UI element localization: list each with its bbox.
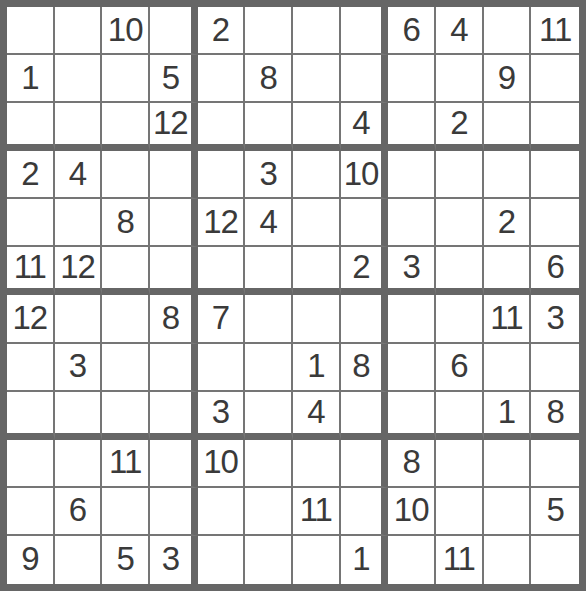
sudoku-cell-r5c10[interactable] bbox=[436, 199, 484, 247]
sudoku-cell-r2c6[interactable]: 8 bbox=[245, 55, 293, 103]
sudoku-cell-r1c9[interactable]: 6 bbox=[388, 7, 436, 55]
sudoku-cell-r12c12[interactable] bbox=[531, 536, 579, 584]
sudoku-cell-r2c7[interactable] bbox=[293, 55, 341, 103]
sudoku-cell-r9c9[interactable] bbox=[388, 392, 436, 440]
sudoku-cell-r7c10[interactable] bbox=[436, 295, 484, 343]
sudoku-cell-r6c6[interactable] bbox=[245, 247, 293, 295]
sudoku-cell-r12c8[interactable]: 1 bbox=[341, 536, 389, 584]
given-digit: 7 bbox=[212, 301, 229, 334]
sudoku-cell-r3c3[interactable] bbox=[102, 103, 150, 151]
sudoku-cell-r7c7[interactable] bbox=[293, 295, 341, 343]
sudoku-cell-r9c12[interactable]: 8 bbox=[531, 392, 579, 440]
sudoku-cell-r10c1[interactable] bbox=[7, 440, 55, 488]
sudoku-cell-r6c4[interactable] bbox=[150, 247, 198, 295]
sudoku-cell-r1c10[interactable]: 4 bbox=[436, 7, 484, 55]
sudoku-cell-r8c3[interactable] bbox=[102, 344, 150, 392]
sudoku-cell-r1c1[interactable] bbox=[7, 7, 55, 55]
sudoku-cell-r1c12[interactable]: 11 bbox=[531, 7, 579, 55]
sudoku-cell-r6c3[interactable] bbox=[102, 247, 150, 295]
sudoku-cell-r9c5[interactable]: 3 bbox=[198, 392, 246, 440]
sudoku-cell-r5c1[interactable] bbox=[7, 199, 55, 247]
sudoku-cell-r2c12[interactable] bbox=[531, 55, 579, 103]
given-digit: 11 bbox=[443, 542, 475, 575]
given-digit: 2 bbox=[498, 205, 515, 238]
sudoku-cell-r11c1[interactable] bbox=[7, 488, 55, 536]
given-digit: 3 bbox=[402, 250, 419, 283]
sudoku-cell-r8c8[interactable]: 8 bbox=[341, 344, 389, 392]
given-digit: 12 bbox=[203, 205, 238, 238]
sudoku-board: 1026411158912422431081242111223612871133… bbox=[0, 0, 586, 591]
given-digit: 9 bbox=[21, 542, 38, 575]
sudoku-cell-r7c3[interactable] bbox=[102, 295, 150, 343]
sudoku-cell-r12c1[interactable]: 9 bbox=[7, 536, 55, 584]
sudoku-cell-r2c1[interactable]: 1 bbox=[7, 55, 55, 103]
sudoku-cell-r10c4[interactable] bbox=[150, 440, 198, 488]
sudoku-cell-r6c9[interactable]: 3 bbox=[388, 247, 436, 295]
sudoku-cell-r4c8[interactable]: 10 bbox=[341, 151, 389, 199]
given-digit: 11 bbox=[490, 301, 522, 334]
sudoku-cell-r2c11[interactable]: 9 bbox=[484, 55, 532, 103]
sudoku-cell-r7c9[interactable] bbox=[388, 295, 436, 343]
sudoku-cell-r4c7[interactable] bbox=[293, 151, 341, 199]
sudoku-cell-r3c10[interactable]: 2 bbox=[436, 103, 484, 151]
sudoku-cell-r7c2[interactable] bbox=[55, 295, 103, 343]
sudoku-cell-r5c12[interactable] bbox=[531, 199, 579, 247]
sudoku-cell-r9c2[interactable] bbox=[55, 392, 103, 440]
sudoku-cell-r9c6[interactable] bbox=[245, 392, 293, 440]
sudoku-cell-r9c4[interactable] bbox=[150, 392, 198, 440]
sudoku-cell-r11c12[interactable]: 5 bbox=[531, 488, 579, 536]
given-digit: 4 bbox=[307, 395, 324, 428]
sudoku-cell-r9c8[interactable] bbox=[341, 392, 389, 440]
given-digit: 9 bbox=[498, 61, 515, 94]
given-digit: 4 bbox=[69, 157, 86, 190]
sudoku-cell-r2c9[interactable] bbox=[388, 55, 436, 103]
sudoku-cell-r2c2[interactable] bbox=[55, 55, 103, 103]
sudoku-cell-r3c7[interactable] bbox=[293, 103, 341, 151]
sudoku-cell-r11c6[interactable] bbox=[245, 488, 293, 536]
given-digit: 3 bbox=[546, 301, 563, 334]
sudoku-cell-r3c9[interactable] bbox=[388, 103, 436, 151]
sudoku-cell-r9c10[interactable] bbox=[436, 392, 484, 440]
given-digit: 4 bbox=[259, 205, 276, 238]
sudoku-cell-r10c2[interactable] bbox=[55, 440, 103, 488]
sudoku-cell-r12c4[interactable]: 3 bbox=[150, 536, 198, 584]
sudoku-cell-r10c3[interactable]: 11 bbox=[102, 440, 150, 488]
sudoku-cell-r1c2[interactable] bbox=[55, 7, 103, 55]
sudoku-cell-r10c6[interactable] bbox=[245, 440, 293, 488]
sudoku-cell-r6c5[interactable] bbox=[198, 247, 246, 295]
sudoku-cell-r8c7[interactable]: 1 bbox=[293, 344, 341, 392]
sudoku-cell-r11c5[interactable] bbox=[198, 488, 246, 536]
given-digit: 6 bbox=[402, 13, 419, 46]
sudoku-cell-r1c4[interactable] bbox=[150, 7, 198, 55]
sudoku-cell-r12c7[interactable] bbox=[293, 536, 341, 584]
sudoku-cell-r8c2[interactable]: 3 bbox=[55, 344, 103, 392]
sudoku-cell-r9c7[interactable]: 4 bbox=[293, 392, 341, 440]
sudoku-cell-r3c1[interactable] bbox=[7, 103, 55, 151]
given-digit: 11 bbox=[539, 13, 571, 46]
sudoku-cell-r11c7[interactable]: 11 bbox=[293, 488, 341, 536]
given-digit: 2 bbox=[212, 13, 229, 46]
sudoku-cell-r8c6[interactable] bbox=[245, 344, 293, 392]
given-digit: 5 bbox=[116, 542, 133, 575]
sudoku-cell-r5c8[interactable] bbox=[341, 199, 389, 247]
given-digit: 11 bbox=[14, 250, 46, 283]
given-digit: 1 bbox=[498, 395, 515, 428]
sudoku-cell-r8c4[interactable] bbox=[150, 344, 198, 392]
given-digit: 1 bbox=[352, 542, 369, 575]
sudoku-cell-r1c8[interactable] bbox=[341, 7, 389, 55]
sudoku-cell-r8c9[interactable] bbox=[388, 344, 436, 392]
sudoku-cell-r3c2[interactable] bbox=[55, 103, 103, 151]
sudoku-cell-r12c3[interactable]: 5 bbox=[102, 536, 150, 584]
sudoku-cell-r4c5[interactable] bbox=[198, 151, 246, 199]
sudoku-cell-r9c1[interactable] bbox=[7, 392, 55, 440]
sudoku-cell-r4c10[interactable] bbox=[436, 151, 484, 199]
sudoku-cell-r6c10[interactable] bbox=[436, 247, 484, 295]
sudoku-cell-r10c8[interactable] bbox=[341, 440, 389, 488]
sudoku-cell-r12c2[interactable] bbox=[55, 536, 103, 584]
sudoku-cell-r2c3[interactable] bbox=[102, 55, 150, 103]
sudoku-cell-r12c10[interactable]: 11 bbox=[436, 536, 484, 584]
given-digit: 12 bbox=[60, 250, 95, 283]
sudoku-cell-r11c10[interactable] bbox=[436, 488, 484, 536]
sudoku-cell-r8c11[interactable] bbox=[484, 344, 532, 392]
given-digit: 8 bbox=[162, 301, 179, 334]
sudoku-cell-r6c8[interactable]: 2 bbox=[341, 247, 389, 295]
sudoku-cell-r6c11[interactable] bbox=[484, 247, 532, 295]
sudoku-cell-r3c8[interactable]: 4 bbox=[341, 103, 389, 151]
sudoku-cell-r5c11[interactable]: 2 bbox=[484, 199, 532, 247]
sudoku-cell-r5c7[interactable] bbox=[293, 199, 341, 247]
given-digit: 10 bbox=[394, 493, 429, 526]
given-digit: 11 bbox=[300, 493, 332, 526]
given-digit: 2 bbox=[21, 157, 38, 190]
given-digit: 12 bbox=[153, 106, 188, 139]
given-digit: 3 bbox=[162, 542, 179, 575]
sudoku-cell-r3c11[interactable] bbox=[484, 103, 532, 151]
sudoku-cell-r5c9[interactable] bbox=[388, 199, 436, 247]
sudoku-cell-r1c5[interactable]: 2 bbox=[198, 7, 246, 55]
given-digit: 12 bbox=[12, 301, 47, 334]
sudoku-cell-r12c11[interactable] bbox=[484, 536, 532, 584]
sudoku-cell-r1c6[interactable] bbox=[245, 7, 293, 55]
sudoku-cell-r10c5[interactable]: 10 bbox=[198, 440, 246, 488]
sudoku-cell-r3c6[interactable] bbox=[245, 103, 293, 151]
sudoku-cell-r7c11[interactable]: 11 bbox=[484, 295, 532, 343]
given-digit: 8 bbox=[402, 445, 419, 478]
sudoku-cell-r1c11[interactable] bbox=[484, 7, 532, 55]
given-digit: 1 bbox=[307, 349, 324, 382]
given-digit: 10 bbox=[344, 157, 379, 190]
given-digit: 8 bbox=[259, 61, 276, 94]
sudoku-cell-r11c4[interactable] bbox=[150, 488, 198, 536]
given-digit: 11 bbox=[109, 445, 141, 478]
sudoku-cell-r10c11[interactable] bbox=[484, 440, 532, 488]
sudoku-cell-r2c4[interactable]: 5 bbox=[150, 55, 198, 103]
given-digit: 10 bbox=[108, 13, 143, 46]
sudoku-cell-r12c6[interactable] bbox=[245, 536, 293, 584]
sudoku-cell-r4c9[interactable] bbox=[388, 151, 436, 199]
given-digit: 6 bbox=[546, 250, 563, 283]
given-digit: 2 bbox=[352, 250, 369, 283]
sudoku-cell-r3c5[interactable] bbox=[198, 103, 246, 151]
sudoku-cell-r5c3[interactable]: 8 bbox=[102, 199, 150, 247]
sudoku-cell-r4c4[interactable] bbox=[150, 151, 198, 199]
given-digit: 3 bbox=[212, 395, 229, 428]
sudoku-cell-r4c12[interactable] bbox=[531, 151, 579, 199]
sudoku-cell-r7c12[interactable]: 3 bbox=[531, 295, 579, 343]
sudoku-cell-r3c12[interactable] bbox=[531, 103, 579, 151]
sudoku-cell-r4c6[interactable]: 3 bbox=[245, 151, 293, 199]
given-digit: 1 bbox=[21, 61, 38, 94]
sudoku-cell-r7c8[interactable] bbox=[341, 295, 389, 343]
sudoku-cell-r2c10[interactable] bbox=[436, 55, 484, 103]
sudoku-cell-r11c8[interactable] bbox=[341, 488, 389, 536]
sudoku-cell-r10c7[interactable] bbox=[293, 440, 341, 488]
sudoku-cell-r9c11[interactable]: 1 bbox=[484, 392, 532, 440]
sudoku-cell-r4c1[interactable]: 2 bbox=[7, 151, 55, 199]
sudoku-cell-r6c12[interactable]: 6 bbox=[531, 247, 579, 295]
sudoku-cell-r7c6[interactable] bbox=[245, 295, 293, 343]
given-digit: 6 bbox=[69, 493, 86, 526]
sudoku-cell-r2c5[interactable] bbox=[198, 55, 246, 103]
sudoku-cell-r3c4[interactable]: 12 bbox=[150, 103, 198, 151]
given-digit: 8 bbox=[546, 395, 563, 428]
given-digit: 3 bbox=[69, 349, 86, 382]
sudoku-cell-r4c3[interactable] bbox=[102, 151, 150, 199]
sudoku-cell-r7c1[interactable]: 12 bbox=[7, 295, 55, 343]
sudoku-cell-r6c1[interactable]: 11 bbox=[7, 247, 55, 295]
given-digit: 8 bbox=[116, 205, 133, 238]
given-digit: 2 bbox=[450, 106, 467, 139]
sudoku-cell-r8c10[interactable]: 6 bbox=[436, 344, 484, 392]
given-digit: 4 bbox=[352, 106, 369, 139]
sudoku-cell-r10c12[interactable] bbox=[531, 440, 579, 488]
sudoku-cell-r12c5[interactable] bbox=[198, 536, 246, 584]
sudoku-cell-r5c2[interactable] bbox=[55, 199, 103, 247]
sudoku-cell-r11c9[interactable]: 10 bbox=[388, 488, 436, 536]
sudoku-cell-r5c4[interactable] bbox=[150, 199, 198, 247]
sudoku-cell-r11c3[interactable] bbox=[102, 488, 150, 536]
sudoku-cell-r7c5[interactable]: 7 bbox=[198, 295, 246, 343]
sudoku-cell-r2c8[interactable] bbox=[341, 55, 389, 103]
sudoku-cell-r10c10[interactable] bbox=[436, 440, 484, 488]
sudoku-cell-r5c6[interactable]: 4 bbox=[245, 199, 293, 247]
given-digit: 4 bbox=[450, 13, 467, 46]
given-digit: 6 bbox=[450, 349, 467, 382]
sudoku-cell-r8c1[interactable] bbox=[7, 344, 55, 392]
given-digit: 5 bbox=[162, 61, 179, 94]
sudoku-cell-r7c4[interactable]: 8 bbox=[150, 295, 198, 343]
given-digit: 3 bbox=[259, 157, 276, 190]
sudoku-cell-r11c2[interactable]: 6 bbox=[55, 488, 103, 536]
sudoku-cell-r8c5[interactable] bbox=[198, 344, 246, 392]
sudoku-cell-r5c5[interactable]: 12 bbox=[198, 199, 246, 247]
sudoku-cell-r11c11[interactable] bbox=[484, 488, 532, 536]
sudoku-cell-r8c12[interactable] bbox=[531, 344, 579, 392]
sudoku-cell-r6c7[interactable] bbox=[293, 247, 341, 295]
given-digit: 5 bbox=[546, 493, 563, 526]
sudoku-cell-r12c9[interactable] bbox=[388, 536, 436, 584]
sudoku-cell-r1c3[interactable]: 10 bbox=[102, 7, 150, 55]
sudoku-cell-r4c11[interactable] bbox=[484, 151, 532, 199]
sudoku-cell-r1c7[interactable] bbox=[293, 7, 341, 55]
sudoku-cell-r6c2[interactable]: 12 bbox=[55, 247, 103, 295]
given-digit: 8 bbox=[352, 349, 369, 382]
sudoku-cell-r10c9[interactable]: 8 bbox=[388, 440, 436, 488]
sudoku-cell-r9c3[interactable] bbox=[102, 392, 150, 440]
given-digit: 10 bbox=[203, 445, 238, 478]
sudoku-cell-r4c2[interactable]: 4 bbox=[55, 151, 103, 199]
